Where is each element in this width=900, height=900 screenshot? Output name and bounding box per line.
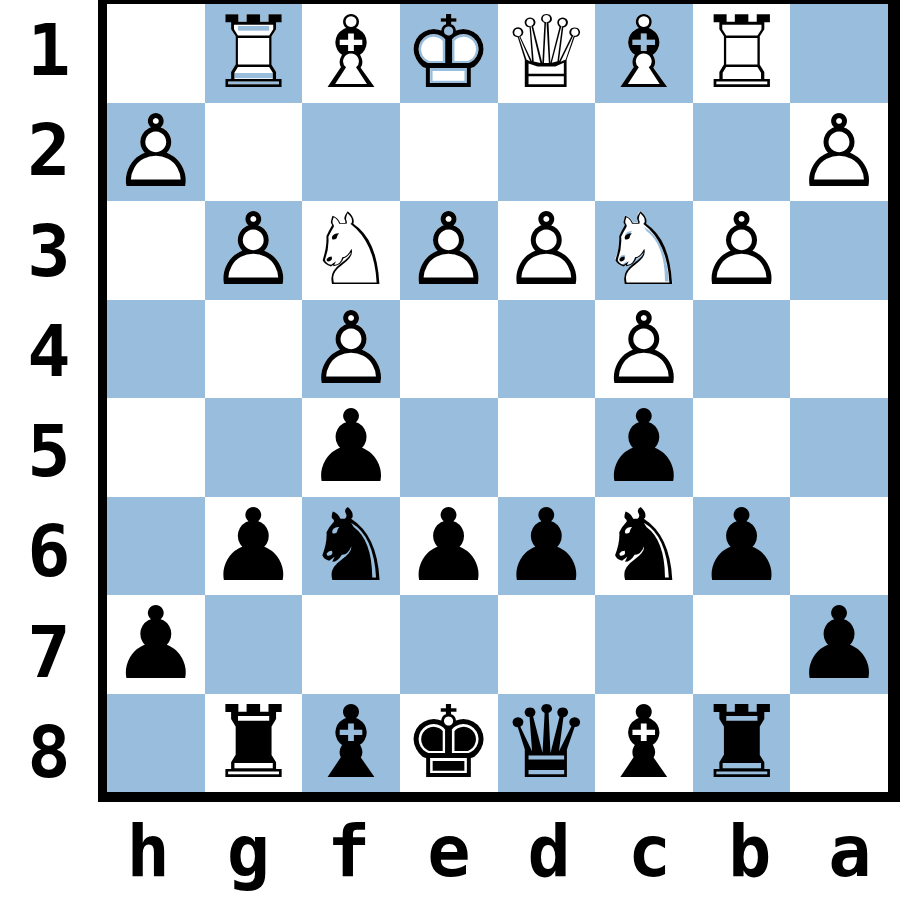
square-f7[interactable] bbox=[302, 595, 400, 694]
rank-label-5: 5 bbox=[0, 401, 98, 501]
square-h5[interactable] bbox=[107, 398, 205, 497]
square-b2[interactable] bbox=[693, 103, 791, 202]
piece-bR-g8: ♜ bbox=[209, 694, 299, 793]
piece-bN-c6: ♞ bbox=[599, 497, 689, 596]
square-d4[interactable] bbox=[498, 300, 596, 399]
piece-wQ-d1: ♛♕ bbox=[501, 4, 591, 103]
square-e1[interactable]: ♚♔ bbox=[400, 4, 498, 103]
piece-bP-f5: ♟ bbox=[306, 398, 396, 497]
square-h6[interactable] bbox=[107, 497, 205, 596]
piece-bQ-d8: ♛ bbox=[501, 694, 591, 793]
square-c6[interactable]: ♞ bbox=[595, 497, 693, 596]
piece-wP-b3: ♟♙ bbox=[697, 201, 787, 300]
rank-label-3: 3 bbox=[0, 201, 98, 301]
square-d7[interactable] bbox=[498, 595, 596, 694]
square-g4[interactable] bbox=[205, 300, 303, 399]
piece-wP-e3: ♟♙ bbox=[404, 201, 494, 300]
square-g1[interactable]: ♜♖ bbox=[205, 4, 303, 103]
square-a2[interactable]: ♟♙ bbox=[790, 103, 888, 202]
square-c8[interactable]: ♝ bbox=[595, 694, 693, 793]
square-h8[interactable] bbox=[107, 694, 205, 793]
square-b1[interactable]: ♜♖ bbox=[693, 4, 791, 103]
square-d3[interactable]: ♟♙ bbox=[498, 201, 596, 300]
piece-bP-a7: ♟ bbox=[794, 595, 884, 694]
square-c4[interactable]: ♟♙ bbox=[595, 300, 693, 399]
square-a6[interactable] bbox=[790, 497, 888, 596]
piece-wR-g1: ♜♖ bbox=[209, 4, 299, 103]
square-d2[interactable] bbox=[498, 103, 596, 202]
square-h7[interactable]: ♟ bbox=[107, 595, 205, 694]
rank-label-8: 8 bbox=[0, 702, 98, 802]
file-label-e: e bbox=[399, 802, 499, 900]
square-h3[interactable] bbox=[107, 201, 205, 300]
rank-label-4: 4 bbox=[0, 301, 98, 401]
piece-wK-e1: ♚♔ bbox=[404, 4, 494, 103]
square-f6[interactable]: ♞ bbox=[302, 497, 400, 596]
rank-label-7: 7 bbox=[0, 602, 98, 702]
square-d1[interactable]: ♛♕ bbox=[498, 4, 596, 103]
square-h1[interactable] bbox=[107, 4, 205, 103]
square-b6[interactable]: ♟ bbox=[693, 497, 791, 596]
piece-wB-f1: ♝♗ bbox=[306, 4, 396, 103]
square-f8[interactable]: ♝ bbox=[302, 694, 400, 793]
square-b8[interactable]: ♜ bbox=[693, 694, 791, 793]
square-c1[interactable]: ♝♗ bbox=[595, 4, 693, 103]
square-c7[interactable] bbox=[595, 595, 693, 694]
chess-board: ♜♖♝♗♚♔♛♕♝♗♜♖♟♙♟♙♟♙♞♘♟♙♟♙♞♘♟♙♟♙♟♙♟♟♟♞♟♟♞♟… bbox=[98, 0, 900, 802]
square-h4[interactable] bbox=[107, 300, 205, 399]
piece-bP-c5: ♟ bbox=[599, 398, 689, 497]
square-e3[interactable]: ♟♙ bbox=[400, 201, 498, 300]
piece-bP-g6: ♟ bbox=[209, 497, 299, 596]
square-c5[interactable]: ♟ bbox=[595, 398, 693, 497]
square-e6[interactable]: ♟ bbox=[400, 497, 498, 596]
square-g5[interactable] bbox=[205, 398, 303, 497]
piece-bP-e6: ♟ bbox=[404, 497, 494, 596]
square-d6[interactable]: ♟ bbox=[498, 497, 596, 596]
piece-wP-d3: ♟♙ bbox=[501, 201, 591, 300]
square-a4[interactable] bbox=[790, 300, 888, 399]
square-h2[interactable]: ♟♙ bbox=[107, 103, 205, 202]
square-g8[interactable]: ♜ bbox=[205, 694, 303, 793]
square-a1[interactable] bbox=[790, 4, 888, 103]
square-c2[interactable] bbox=[595, 103, 693, 202]
piece-bN-f6: ♞ bbox=[306, 497, 396, 596]
piece-wN-c3: ♞♘ bbox=[599, 201, 689, 300]
piece-wP-h2: ♟♙ bbox=[111, 103, 201, 202]
square-g7[interactable] bbox=[205, 595, 303, 694]
square-f1[interactable]: ♝♗ bbox=[302, 4, 400, 103]
file-label-f: f bbox=[299, 802, 399, 900]
piece-wP-a2: ♟♙ bbox=[794, 103, 884, 202]
file-label-h: h bbox=[98, 802, 198, 900]
file-label-a: a bbox=[800, 802, 900, 900]
piece-wP-f4: ♟♙ bbox=[306, 300, 396, 399]
square-a7[interactable]: ♟ bbox=[790, 595, 888, 694]
square-a3[interactable] bbox=[790, 201, 888, 300]
square-b3[interactable]: ♟♙ bbox=[693, 201, 791, 300]
square-e4[interactable] bbox=[400, 300, 498, 399]
file-label-b: b bbox=[700, 802, 800, 900]
square-d5[interactable] bbox=[498, 398, 596, 497]
square-b7[interactable] bbox=[693, 595, 791, 694]
square-f5[interactable]: ♟ bbox=[302, 398, 400, 497]
square-b5[interactable] bbox=[693, 398, 791, 497]
file-label-d: d bbox=[499, 802, 599, 900]
square-e7[interactable] bbox=[400, 595, 498, 694]
piece-bP-b6: ♟ bbox=[697, 497, 787, 596]
square-d8[interactable]: ♛ bbox=[498, 694, 596, 793]
square-b4[interactable] bbox=[693, 300, 791, 399]
square-e5[interactable] bbox=[400, 398, 498, 497]
piece-wN-f3: ♞♘ bbox=[306, 201, 396, 300]
file-label-g: g bbox=[198, 802, 298, 900]
file-label-c: c bbox=[599, 802, 699, 900]
piece-bK-e8: ♚ bbox=[404, 694, 494, 793]
square-c3[interactable]: ♞♘ bbox=[595, 201, 693, 300]
square-g6[interactable]: ♟ bbox=[205, 497, 303, 596]
rank-label-1: 1 bbox=[0, 0, 98, 100]
square-f2[interactable] bbox=[302, 103, 400, 202]
piece-wP-c4: ♟♙ bbox=[599, 300, 689, 399]
piece-bP-h7: ♟ bbox=[111, 595, 201, 694]
square-g2[interactable] bbox=[205, 103, 303, 202]
rank-label-2: 2 bbox=[0, 100, 98, 200]
piece-bP-d6: ♟ bbox=[501, 497, 591, 596]
file-labels: hgfedcba bbox=[98, 802, 900, 900]
square-f4[interactable]: ♟♙ bbox=[302, 300, 400, 399]
square-g3[interactable]: ♟♙ bbox=[205, 201, 303, 300]
rank-labels: 12345678 bbox=[0, 0, 98, 802]
square-a5[interactable] bbox=[790, 398, 888, 497]
piece-bR-b8: ♜ bbox=[697, 694, 787, 793]
piece-bB-f8: ♝ bbox=[306, 694, 396, 793]
square-e2[interactable] bbox=[400, 103, 498, 202]
rank-label-6: 6 bbox=[0, 501, 98, 601]
square-f3[interactable]: ♞♘ bbox=[302, 201, 400, 300]
chess-diagram: 12345678 ♜♖♝♗♚♔♛♕♝♗♜♖♟♙♟♙♟♙♞♘♟♙♟♙♞♘♟♙♟♙♟… bbox=[0, 0, 900, 900]
piece-bB-c8: ♝ bbox=[599, 694, 689, 793]
piece-wP-g3: ♟♙ bbox=[209, 201, 299, 300]
piece-wR-b1: ♜♖ bbox=[697, 4, 787, 103]
square-a8[interactable] bbox=[790, 694, 888, 793]
piece-wB-c1: ♝♗ bbox=[599, 4, 689, 103]
square-e8[interactable]: ♚ bbox=[400, 694, 498, 793]
